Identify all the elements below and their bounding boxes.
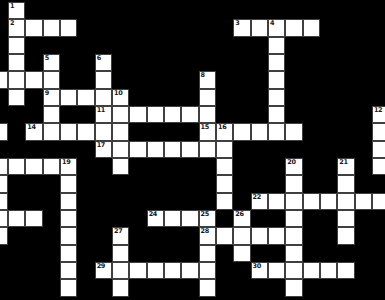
cell[interactable]: 12 xyxy=(372,106,385,123)
cell[interactable] xyxy=(43,71,60,88)
cell[interactable] xyxy=(268,123,285,140)
clue-number: 4 xyxy=(270,19,274,27)
cell[interactable] xyxy=(233,227,250,244)
cell[interactable] xyxy=(233,123,250,140)
cell[interactable]: 26 xyxy=(233,210,250,227)
cell[interactable] xyxy=(216,175,233,192)
cell[interactable] xyxy=(268,71,285,88)
crossword-board: 1234568910111214151617192021222425262728… xyxy=(0,2,385,297)
cell[interactable] xyxy=(199,279,216,296)
clue-number: 8 xyxy=(201,71,205,79)
cell[interactable] xyxy=(77,123,94,140)
cell[interactable] xyxy=(112,123,129,140)
cell[interactable] xyxy=(112,279,129,296)
cell[interactable] xyxy=(337,227,354,244)
cell[interactable] xyxy=(0,175,8,192)
cell[interactable] xyxy=(129,141,146,158)
cell[interactable]: 20 xyxy=(285,158,302,175)
cell[interactable] xyxy=(95,123,112,140)
cell[interactable] xyxy=(147,141,164,158)
cell[interactable] xyxy=(355,193,372,210)
cell[interactable] xyxy=(112,106,129,123)
clue-number: 11 xyxy=(97,106,105,114)
cell[interactable] xyxy=(268,262,285,279)
cell[interactable]: 22 xyxy=(251,193,268,210)
cell[interactable] xyxy=(43,19,60,36)
cell[interactable]: 8 xyxy=(199,71,216,88)
cell[interactable] xyxy=(372,123,385,140)
cell[interactable] xyxy=(129,106,146,123)
clue-number: 27 xyxy=(114,227,122,235)
cell[interactable] xyxy=(60,227,77,244)
cell[interactable] xyxy=(60,89,77,106)
cell[interactable] xyxy=(0,158,8,175)
cell[interactable] xyxy=(60,245,77,262)
cell[interactable] xyxy=(60,123,77,140)
cell[interactable] xyxy=(199,106,216,123)
cell[interactable] xyxy=(285,175,302,192)
cell[interactable]: 4 xyxy=(268,19,285,36)
cell[interactable]: 3 xyxy=(233,19,250,36)
cell[interactable] xyxy=(268,227,285,244)
cell[interactable] xyxy=(285,262,302,279)
cell[interactable] xyxy=(60,210,77,227)
cell[interactable] xyxy=(147,106,164,123)
cell[interactable] xyxy=(268,106,285,123)
cell[interactable] xyxy=(337,175,354,192)
cell[interactable] xyxy=(8,54,25,71)
cell[interactable] xyxy=(8,158,25,175)
cell[interactable] xyxy=(112,262,129,279)
cell[interactable] xyxy=(60,175,77,192)
cell[interactable] xyxy=(0,210,8,227)
cell[interactable] xyxy=(303,262,320,279)
cell[interactable]: 19 xyxy=(60,158,77,175)
cell[interactable] xyxy=(77,89,94,106)
cell[interactable] xyxy=(285,193,302,210)
cell[interactable] xyxy=(95,71,112,88)
cell[interactable] xyxy=(285,210,302,227)
cell[interactable] xyxy=(60,19,77,36)
cell[interactable]: 28 xyxy=(199,227,216,244)
clue-number: 6 xyxy=(97,54,101,62)
cell[interactable] xyxy=(60,279,77,296)
cell[interactable] xyxy=(251,123,268,140)
cell[interactable]: 15 xyxy=(199,123,216,140)
cell[interactable]: 5 xyxy=(43,54,60,71)
cell[interactable] xyxy=(181,210,198,227)
cell[interactable]: 27 xyxy=(112,227,129,244)
cell[interactable] xyxy=(95,89,112,106)
cell[interactable] xyxy=(216,141,233,158)
cell[interactable] xyxy=(0,193,8,210)
clue-number: 28 xyxy=(201,227,209,235)
clue-number: 10 xyxy=(114,89,122,97)
cell[interactable] xyxy=(372,193,385,210)
cell[interactable] xyxy=(303,193,320,210)
clue-number: 1 xyxy=(10,2,14,10)
cell[interactable] xyxy=(164,141,181,158)
cell[interactable]: 2 xyxy=(8,19,25,36)
clue-number: 26 xyxy=(235,210,243,218)
cell[interactable] xyxy=(60,193,77,210)
cell[interactable] xyxy=(285,279,302,296)
clue-number: 3 xyxy=(235,19,239,27)
cell[interactable] xyxy=(112,245,129,262)
cell[interactable] xyxy=(268,54,285,71)
cell[interactable] xyxy=(199,262,216,279)
cell[interactable] xyxy=(320,193,337,210)
cell[interactable] xyxy=(25,19,42,36)
cell[interactable]: 30 xyxy=(251,262,268,279)
cell[interactable] xyxy=(112,158,129,175)
cell[interactable] xyxy=(372,158,385,175)
cell[interactable] xyxy=(43,158,60,175)
cell[interactable] xyxy=(268,89,285,106)
cell[interactable]: 21 xyxy=(337,158,354,175)
cell[interactable] xyxy=(129,262,146,279)
cell[interactable] xyxy=(199,89,216,106)
cell[interactable] xyxy=(337,193,354,210)
cell[interactable] xyxy=(199,245,216,262)
cell[interactable] xyxy=(25,210,42,227)
cell[interactable] xyxy=(251,227,268,244)
cell[interactable] xyxy=(268,37,285,54)
cell[interactable]: 1 xyxy=(8,2,25,19)
cell[interactable] xyxy=(60,262,77,279)
clue-number: 20 xyxy=(287,158,295,166)
cell[interactable] xyxy=(164,210,181,227)
cell[interactable] xyxy=(0,71,8,88)
cell[interactable] xyxy=(233,245,250,262)
cell[interactable]: 9 xyxy=(43,89,60,106)
clue-number: 30 xyxy=(253,262,261,270)
cell[interactable] xyxy=(216,193,233,210)
clue-number: 14 xyxy=(27,123,35,131)
cell[interactable]: 10 xyxy=(112,89,129,106)
cell[interactable] xyxy=(164,106,181,123)
cell[interactable] xyxy=(320,262,337,279)
cell[interactable] xyxy=(268,193,285,210)
cell[interactable] xyxy=(216,158,233,175)
cell[interactable] xyxy=(0,123,8,140)
clue-number: 15 xyxy=(201,123,209,131)
clue-number: 9 xyxy=(45,89,49,97)
cell[interactable] xyxy=(8,71,25,88)
cell[interactable] xyxy=(372,141,385,158)
cell[interactable] xyxy=(199,141,216,158)
cell[interactable] xyxy=(216,227,233,244)
cell[interactable] xyxy=(112,141,129,158)
clue-number: 2 xyxy=(10,19,14,27)
cell[interactable] xyxy=(8,37,25,54)
cell[interactable]: 29 xyxy=(95,262,112,279)
cell[interactable]: 17 xyxy=(95,141,112,158)
cell[interactable] xyxy=(285,245,302,262)
cell[interactable]: 16 xyxy=(216,123,233,140)
cell[interactable] xyxy=(43,106,60,123)
cell[interactable]: 6 xyxy=(95,54,112,71)
clue-number: 17 xyxy=(97,141,105,149)
cell[interactable]: 11 xyxy=(95,106,112,123)
cell[interactable] xyxy=(181,262,198,279)
clue-number: 5 xyxy=(45,54,49,62)
cell[interactable] xyxy=(164,262,181,279)
cell[interactable] xyxy=(337,210,354,227)
clue-number: 22 xyxy=(253,193,261,201)
cell[interactable]: 24 xyxy=(147,210,164,227)
clue-number: 29 xyxy=(97,262,105,270)
clue-number: 21 xyxy=(339,158,347,166)
cell[interactable] xyxy=(8,89,25,106)
cell[interactable] xyxy=(43,123,60,140)
cell[interactable]: 25 xyxy=(199,210,216,227)
cell[interactable] xyxy=(25,158,42,175)
clue-number: 19 xyxy=(62,158,70,166)
cell[interactable] xyxy=(285,123,302,140)
cell[interactable] xyxy=(0,227,8,244)
cell[interactable] xyxy=(8,210,25,227)
cell[interactable] xyxy=(147,262,164,279)
cell[interactable] xyxy=(251,19,268,36)
clue-number: 25 xyxy=(201,210,209,218)
clue-number: 16 xyxy=(218,123,226,131)
cell[interactable] xyxy=(303,19,320,36)
cell[interactable] xyxy=(181,141,198,158)
cell[interactable]: 14 xyxy=(25,123,42,140)
cell[interactable] xyxy=(285,227,302,244)
cell[interactable] xyxy=(181,106,198,123)
clue-number: 24 xyxy=(149,210,157,218)
cell[interactable] xyxy=(337,262,354,279)
clue-number: 12 xyxy=(374,106,382,114)
cell[interactable] xyxy=(25,71,42,88)
cell[interactable] xyxy=(285,19,302,36)
